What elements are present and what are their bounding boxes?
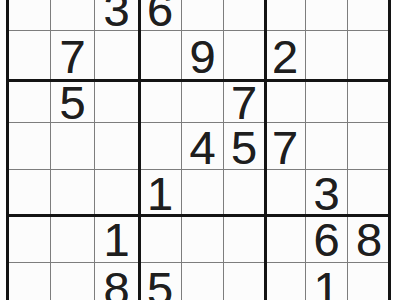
cell-r7c8: 6 (306, 215, 348, 263)
cell-r4c1 (7, 80, 51, 123)
given-digit: 1 (313, 265, 339, 300)
given-digit: 4 (189, 124, 215, 171)
given-digit: 5 (231, 124, 257, 171)
cell-r7c9: 8 (348, 215, 390, 263)
cell-r2c3: 3 (95, 0, 139, 31)
cell-r5c9 (348, 123, 390, 170)
cell-r4c6: 7 (224, 80, 265, 123)
cell-r7c6 (224, 215, 265, 263)
cell-r8c8: 1 (306, 263, 348, 300)
cell-r2c2 (51, 0, 95, 31)
cell-r4c3 (95, 80, 139, 123)
box-divider-horizontal-1 (6, 79, 391, 82)
cell-r3c6 (224, 31, 265, 80)
cell-r8c3: 8 (95, 263, 139, 300)
cell-r6c7 (265, 170, 306, 215)
cell-r7c4 (139, 215, 182, 263)
cell-r5c5: 4 (182, 123, 224, 170)
cell-r4c2: 5 (51, 80, 95, 123)
cell-r3c7: 2 (265, 31, 306, 80)
cell-r3c3 (95, 31, 139, 80)
given-digit: 5 (147, 265, 173, 300)
cell-r7c7 (265, 215, 306, 263)
cell-r8c6 (224, 263, 265, 300)
cell-r3c9 (348, 31, 390, 80)
sudoku-screenshot: 367925745713168851 (0, 0, 400, 300)
cell-r3c8 (306, 31, 348, 80)
cell-r7c1 (7, 215, 51, 263)
cell-r8c2 (51, 263, 95, 300)
cell-r4c4 (139, 80, 182, 123)
given-digit: 8 (103, 265, 129, 300)
given-digit: 3 (313, 170, 339, 217)
given-digit: 6 (313, 216, 339, 263)
given-digit: 1 (147, 170, 173, 217)
cell-r6c5 (182, 170, 224, 215)
cell-r6c2 (51, 170, 95, 215)
cell-r5c2 (51, 123, 95, 170)
cell-r7c5 (182, 215, 224, 263)
cell-r2c5 (182, 0, 224, 31)
cell-r6c9 (348, 170, 390, 215)
cell-r6c4: 1 (139, 170, 182, 215)
cell-r3c4 (139, 31, 182, 80)
box-divider-vertical-2 (264, 0, 267, 300)
cell-r4c5 (182, 80, 224, 123)
cell-r8c7 (265, 263, 306, 300)
board-right-border (388, 0, 391, 300)
given-digit: 7 (231, 79, 257, 126)
cell-r5c7: 7 (265, 123, 306, 170)
cell-r5c6: 5 (224, 123, 265, 170)
board-left-border (6, 0, 9, 300)
given-digit: 9 (189, 33, 215, 80)
given-digit: 1 (103, 216, 129, 263)
cell-r2c4: 6 (139, 0, 182, 31)
cell-r6c3 (95, 170, 139, 215)
cell-r2c7 (265, 0, 306, 31)
box-divider-vertical-1 (138, 0, 141, 300)
cell-r2c6 (224, 0, 265, 31)
cell-r5c4 (139, 123, 182, 170)
given-digit: 8 (356, 216, 382, 263)
given-digit: 3 (103, 0, 129, 33)
cell-r8c1 (7, 263, 51, 300)
cell-r5c1 (7, 123, 51, 170)
cell-r7c2 (51, 215, 95, 263)
cell-r5c3 (95, 123, 139, 170)
given-digit: 7 (272, 124, 298, 171)
cell-r2c9 (348, 0, 390, 31)
cell-r3c1 (7, 31, 51, 80)
cell-r3c5: 9 (182, 31, 224, 80)
cell-r4c9 (348, 80, 390, 123)
cell-r5c8 (306, 123, 348, 170)
cell-r6c6 (224, 170, 265, 215)
cell-r2c8 (306, 0, 348, 31)
cell-r8c5 (182, 263, 224, 300)
cell-r8c9 (348, 263, 390, 300)
cell-r3c2: 7 (51, 31, 95, 80)
cell-r7c3: 1 (95, 215, 139, 263)
cell-r8c4: 5 (139, 263, 182, 300)
box-divider-horizontal-2 (6, 214, 391, 217)
given-digit: 6 (147, 0, 173, 33)
cell-r4c7 (265, 80, 306, 123)
given-digit: 7 (59, 33, 85, 80)
given-digit: 2 (272, 33, 298, 80)
cell-r2c1 (7, 0, 51, 31)
given-digit: 5 (59, 79, 85, 126)
sudoku-board: 367925745713168851 (7, 0, 390, 300)
cell-r4c8 (306, 80, 348, 123)
cell-r6c8: 3 (306, 170, 348, 215)
cell-r6c1 (7, 170, 51, 215)
